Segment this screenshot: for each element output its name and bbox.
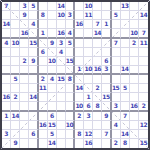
cell-r5-c9[interactable] <box>75 39 84 48</box>
cell-r5-c16[interactable]: 11 <box>139 39 148 48</box>
cell-r16-c7[interactable] <box>57 139 66 148</box>
cell-r4-c2[interactable] <box>11 29 20 38</box>
given-digit: 3 <box>114 103 118 109</box>
cell-r15-c15[interactable] <box>130 130 139 139</box>
cell-r15-c13[interactable] <box>112 130 121 139</box>
cell-r9-c12[interactable] <box>102 75 111 84</box>
given-digit: 11 <box>85 12 92 18</box>
cell-r6-c12[interactable] <box>102 48 111 57</box>
cell-r13-c4[interactable] <box>29 112 38 121</box>
given-digit: 1 <box>41 30 45 36</box>
cell-r6-c13[interactable] <box>112 48 121 57</box>
cell-r3-c14[interactable] <box>121 20 130 29</box>
cell-r4-c4[interactable] <box>29 29 38 38</box>
cell-r14-c10[interactable] <box>84 121 93 130</box>
given-digit: 2 <box>114 140 118 146</box>
cell-r16-c11[interactable] <box>93 139 102 148</box>
cell-r7-c5[interactable] <box>39 57 48 66</box>
cell-r11-c3[interactable] <box>20 93 29 102</box>
cell-r6-c10[interactable] <box>84 48 93 57</box>
cell-r15-c1[interactable]: 3 <box>2 130 11 139</box>
cell-r15-c7[interactable] <box>57 130 66 139</box>
cell-r8-c8[interactable] <box>66 66 75 75</box>
cell-r2-c5[interactable]: 8 <box>39 11 48 20</box>
cell-r10-c1[interactable] <box>2 84 11 93</box>
cell-r9-c13[interactable] <box>112 75 121 84</box>
cell-r9-c10[interactable] <box>84 75 93 84</box>
cell-r1-c6[interactable] <box>48 2 57 11</box>
cell-r3-c2[interactable] <box>11 20 20 29</box>
cell-r14-c7[interactable] <box>57 121 66 130</box>
cell-r14-c8[interactable]: 10 <box>66 121 75 130</box>
cell-r16-c13[interactable]: 2 <box>112 139 121 148</box>
cell-r10-c6[interactable] <box>48 84 57 93</box>
given-digit: 7 <box>114 40 118 46</box>
cell-r12-c13[interactable]: 3 <box>112 102 121 111</box>
cell-r1-c4[interactable]: 5 <box>29 2 38 11</box>
cell-r11-c16[interactable] <box>139 93 148 102</box>
given-digit: 14 <box>29 94 36 100</box>
cell-r1-c15[interactable] <box>130 2 139 11</box>
cell-r12-c11[interactable]: 8 <box>93 102 102 111</box>
cell-r10-c4[interactable] <box>29 84 38 93</box>
cell-r9-c11[interactable] <box>93 75 102 84</box>
cell-r8-c4[interactable] <box>29 66 38 75</box>
cell-r13-c13[interactable] <box>112 112 121 121</box>
cell-r16-c6[interactable]: 14 <box>48 139 57 148</box>
cell-r16-c5[interactable] <box>39 139 48 148</box>
cell-r8-c11[interactable]: 16 <box>93 66 102 75</box>
cell-r16-c4[interactable] <box>29 139 38 148</box>
cell-r15-c12[interactable]: 7 <box>102 130 111 139</box>
given-digit: 5 <box>50 131 54 137</box>
given-digit: 2 <box>142 103 146 109</box>
cell-r4-c3[interactable]: 16 <box>20 29 29 38</box>
cell-r2-c6[interactable] <box>48 11 57 20</box>
cell-r9-c15[interactable] <box>130 75 139 84</box>
cell-r6-c3[interactable] <box>20 48 29 57</box>
cell-r7-c16[interactable] <box>139 57 148 66</box>
cell-r7-c8[interactable]: 15 <box>66 57 75 66</box>
cell-r1-c5[interactable] <box>39 2 48 11</box>
cell-r2-c9[interactable] <box>75 11 84 20</box>
given-digit: 9 <box>50 40 54 46</box>
cell-r1-c3[interactable]: 3 <box>20 2 29 11</box>
cell-r6-c15[interactable] <box>130 48 139 57</box>
cell-r16-c15[interactable] <box>130 139 139 148</box>
cell-r10-c12[interactable] <box>102 84 111 93</box>
cell-r3-c6[interactable] <box>48 20 57 29</box>
cell-r5-c3[interactable] <box>20 39 29 48</box>
cell-r13-c7[interactable] <box>57 112 66 121</box>
cell-r12-c1[interactable] <box>2 102 11 111</box>
cell-r12-c7[interactable] <box>57 102 66 111</box>
given-digit: 1 <box>77 66 81 72</box>
given-digit: 1 <box>104 21 108 27</box>
cell-r3-c4[interactable]: 4 <box>29 20 38 29</box>
cell-r2-c15[interactable] <box>130 11 139 20</box>
given-digit: 16 <box>57 30 64 36</box>
cell-r3-c9[interactable]: 16 <box>75 20 84 29</box>
cell-r8-c3[interactable] <box>20 66 29 75</box>
cell-r1-c10[interactable]: 10 <box>84 2 93 11</box>
cell-r16-c1[interactable] <box>2 139 11 148</box>
cell-r12-c2[interactable] <box>11 102 20 111</box>
given-digit: 10 <box>48 58 55 64</box>
cell-r5-c2[interactable]: 10 <box>11 39 20 48</box>
cell-r9-c3[interactable] <box>20 75 29 84</box>
cell-r6-c1[interactable] <box>2 48 11 57</box>
cell-r8-c10[interactable]: 10 <box>84 66 93 75</box>
cell-r11-c10[interactable]: 1 <box>84 93 93 102</box>
cell-r5-c12[interactable] <box>102 39 111 48</box>
cell-r5-c14[interactable] <box>121 39 130 48</box>
given-digit: 4 <box>114 122 118 128</box>
cell-r16-c9[interactable] <box>75 139 84 148</box>
given-digit: 14 <box>121 131 128 137</box>
cell-r2-c12[interactable] <box>102 11 111 20</box>
cell-r8-c5[interactable] <box>39 66 48 75</box>
cell-r7-c2[interactable] <box>11 57 20 66</box>
cell-r6-c14[interactable] <box>121 48 130 57</box>
cell-r1-c11[interactable] <box>93 2 102 11</box>
cell-r13-c8[interactable] <box>66 112 75 121</box>
given-digit: 15 <box>112 85 119 91</box>
cell-r1-c9[interactable] <box>75 2 84 11</box>
cell-r10-c11[interactable]: 2 <box>93 84 102 93</box>
cell-r5-c6[interactable]: 9 <box>48 39 57 48</box>
given-digit: 10 <box>85 3 92 9</box>
cell-r3-c7[interactable] <box>57 20 66 29</box>
cell-r14-c13[interactable]: 4 <box>112 121 121 130</box>
cell-r14-c6[interactable]: 15 <box>48 121 57 130</box>
cell-r13-c6[interactable]: 6 <box>48 112 57 121</box>
given-digit: 5 <box>123 85 127 91</box>
given-digit: 16 <box>21 30 28 36</box>
cell-r15-c2[interactable] <box>11 130 20 139</box>
cell-r7-c7[interactable] <box>57 57 66 66</box>
cell-r10-c10[interactable] <box>84 84 93 93</box>
cell-r13-c9[interactable]: 2 <box>75 112 84 121</box>
cell-r11-c2[interactable]: 2 <box>11 93 20 102</box>
cell-r9-c7[interactable]: 15 <box>57 75 66 84</box>
given-digit: 15 <box>140 140 147 146</box>
cell-r12-c6[interactable] <box>48 102 57 111</box>
cell-r2-c8[interactable]: 3 <box>66 11 75 20</box>
cell-r11-c5[interactable] <box>39 93 48 102</box>
cell-r11-c14[interactable] <box>121 93 130 102</box>
cell-r9-c2[interactable]: 5 <box>11 75 20 84</box>
cell-r5-c1[interactable]: 4 <box>2 39 11 48</box>
given-digit: 5 <box>114 12 118 18</box>
cell-r8-c7[interactable] <box>57 66 66 75</box>
cell-r6-c6[interactable] <box>48 48 57 57</box>
cell-r11-c8[interactable] <box>66 93 75 102</box>
cell-r6-c2[interactable] <box>11 48 20 57</box>
cell-r12-c9[interactable]: 10 <box>75 102 84 111</box>
cell-r16-c12[interactable] <box>102 139 111 148</box>
given-digit: 8 <box>77 131 81 137</box>
cell-r3-c11[interactable]: 7 <box>93 20 102 29</box>
cell-r1-c12[interactable] <box>102 2 111 11</box>
cell-r8-c14[interactable]: 14 <box>121 66 130 75</box>
cell-r4-c9[interactable] <box>75 29 84 38</box>
cell-r10-c16[interactable] <box>139 84 148 93</box>
cell-r10-c8[interactable] <box>66 84 75 93</box>
cell-r14-c1[interactable] <box>2 121 11 130</box>
cell-r5-c4[interactable]: 15 <box>29 39 38 48</box>
cell-r3-c15[interactable] <box>130 20 139 29</box>
given-digit: 16 <box>75 21 82 27</box>
cell-r4-c11[interactable]: 14 <box>93 29 102 38</box>
cell-r16-c8[interactable] <box>66 139 75 148</box>
cell-r10-c15[interactable] <box>130 84 139 93</box>
cell-r15-c14[interactable]: 14 <box>121 130 130 139</box>
cell-r6-c16[interactable] <box>139 48 148 57</box>
cell-r14-c14[interactable] <box>121 121 130 130</box>
cell-r9-c5[interactable]: 2 <box>39 75 48 84</box>
cell-r4-c15[interactable]: 10 <box>130 29 139 38</box>
cell-r4-c14[interactable] <box>121 29 130 38</box>
cell-r13-c16[interactable] <box>139 112 148 121</box>
given-digit: 11 <box>39 85 46 91</box>
cell-r15-c16[interactable] <box>139 130 148 139</box>
given-digit: 3 <box>68 12 72 18</box>
given-digit: 4 <box>68 30 72 36</box>
cell-r2-c13[interactable]: 5 <box>112 11 121 20</box>
cell-r16-c14[interactable]: 8 <box>121 139 130 148</box>
cell-r14-c9[interactable] <box>75 121 84 130</box>
cell-r2-c10[interactable]: 11 <box>84 11 93 20</box>
cell-r4-c5[interactable]: 1 <box>39 29 48 38</box>
given-digit: 14 <box>75 85 82 91</box>
cell-r3-c5[interactable] <box>39 20 48 29</box>
cell-r10-c2[interactable] <box>11 84 20 93</box>
cell-r1-c1[interactable]: 7 <box>2 2 11 11</box>
cell-r13-c15[interactable] <box>130 112 139 121</box>
cell-r2-c16[interactable]: 14 <box>139 11 148 20</box>
cell-r11-c4[interactable]: 14 <box>29 93 38 102</box>
cell-r12-c14[interactable] <box>121 102 130 111</box>
cell-r2-c2[interactable] <box>11 11 20 20</box>
cell-r3-c10[interactable] <box>84 20 93 29</box>
given-digit: 16 <box>85 140 92 146</box>
cell-r5-c10[interactable] <box>84 39 93 48</box>
cell-r8-c1[interactable] <box>2 66 11 75</box>
cell-r12-c8[interactable] <box>66 102 75 111</box>
cell-r10-c13[interactable]: 15 <box>112 84 121 93</box>
cell-r14-c12[interactable] <box>102 121 111 130</box>
cell-r1-c14[interactable]: 13 <box>121 2 130 11</box>
cell-r1-c7[interactable]: 14 <box>57 2 66 11</box>
cell-r9-c9[interactable] <box>75 75 84 84</box>
cell-r14-c16[interactable]: 12 <box>139 121 148 130</box>
cell-r3-c16[interactable] <box>139 20 148 29</box>
cell-r14-c2[interactable] <box>11 121 20 130</box>
given-digit: 6 <box>50 113 54 119</box>
cell-r6-c5[interactable]: 6 <box>39 48 48 57</box>
cell-r14-c15[interactable] <box>130 121 139 130</box>
cell-r5-c13[interactable]: 7 <box>112 39 121 48</box>
cell-r6-c4[interactable] <box>29 48 38 57</box>
cell-r4-c13[interactable] <box>112 29 121 38</box>
cell-r10-c3[interactable] <box>20 84 29 93</box>
cell-r14-c5[interactable]: 16 <box>39 121 48 130</box>
cell-r9-c14[interactable] <box>121 75 130 84</box>
cell-r12-c12[interactable] <box>102 102 111 111</box>
cell-r9-c8[interactable]: 8 <box>66 75 75 84</box>
cell-r9-c16[interactable] <box>139 75 148 84</box>
cell-r8-c16[interactable] <box>139 66 148 75</box>
cell-r13-c10[interactable]: 3 <box>84 112 93 121</box>
cell-r13-c12[interactable]: 9 <box>102 112 111 121</box>
cell-r6-c11[interactable] <box>93 48 102 57</box>
cell-r14-c3[interactable] <box>20 121 29 130</box>
cell-r11-c13[interactable] <box>112 93 121 102</box>
given-digit: 5 <box>68 40 72 46</box>
cell-r4-c12[interactable] <box>102 29 111 38</box>
cell-r11-c15[interactable] <box>130 93 139 102</box>
cell-r16-c2[interactable]: 9 <box>11 139 20 148</box>
given-digit: 16 <box>2 94 9 100</box>
cell-r2-c11[interactable] <box>93 11 102 20</box>
given-digit: 2 <box>96 85 100 91</box>
given-digit: 10 <box>66 122 73 128</box>
cell-r11-c11[interactable] <box>93 93 102 102</box>
given-digit: 6 <box>41 49 45 55</box>
cell-r4-c6[interactable] <box>48 29 57 38</box>
cell-r6-c9[interactable] <box>75 48 84 57</box>
cell-r1-c13[interactable] <box>112 2 121 11</box>
cell-r8-c2[interactable] <box>11 66 20 75</box>
given-digit: 14 <box>57 3 64 9</box>
cell-r9-c4[interactable] <box>29 75 38 84</box>
cell-r1-c16[interactable] <box>139 2 148 11</box>
cell-r7-c3[interactable]: 2 <box>20 57 29 66</box>
cell-r5-c15[interactable]: 2 <box>130 39 139 48</box>
cell-r14-c11[interactable] <box>93 121 102 130</box>
given-digit: 16 <box>130 103 137 109</box>
cell-r5-c7[interactable]: 3 <box>57 39 66 48</box>
cell-r15-c8[interactable] <box>66 130 75 139</box>
cell-r2-c14[interactable] <box>121 11 130 20</box>
cell-r4-c7[interactable]: 16 <box>57 29 66 38</box>
cell-r15-c4[interactable]: 6 <box>29 130 38 139</box>
cell-r5-c11[interactable] <box>93 39 102 48</box>
cell-r10-c7[interactable] <box>57 84 66 93</box>
given-digit: 14 <box>2 21 9 27</box>
cell-r2-c4[interactable] <box>29 11 38 20</box>
cell-r13-c11[interactable] <box>93 112 102 121</box>
cell-r7-c6[interactable]: 10 <box>48 57 57 66</box>
cell-r12-c15[interactable]: 16 <box>130 102 139 111</box>
given-digit: 12 <box>85 131 92 137</box>
cell-r12-c16[interactable]: 2 <box>139 102 148 111</box>
given-digit: 4 <box>4 40 8 46</box>
cell-r11-c1[interactable]: 16 <box>2 93 11 102</box>
cell-r12-c3[interactable] <box>20 102 29 111</box>
given-digit: 16 <box>94 66 101 72</box>
given-digit: 4 <box>59 49 63 55</box>
cell-r11-c6[interactable] <box>48 93 57 102</box>
cell-r2-c1[interactable] <box>2 11 11 20</box>
cell-r7-c1[interactable] <box>2 57 11 66</box>
cell-r10-c14[interactable]: 5 <box>121 84 130 93</box>
cell-r15-c6[interactable]: 5 <box>48 130 57 139</box>
cell-r3-c12[interactable]: 1 <box>102 20 111 29</box>
cell-r13-c2[interactable]: 14 <box>11 112 20 121</box>
sudoku-16x16-x-puzzle: 7351410139810311514144167116116414107410… <box>0 0 150 150</box>
cell-r10-c9[interactable]: 14 <box>75 84 84 93</box>
cell-r12-c10[interactable]: 6 <box>84 102 93 111</box>
given-digit: 7 <box>123 113 127 119</box>
cell-r4-c8[interactable]: 4 <box>66 29 75 38</box>
cell-r8-c9[interactable]: 1 <box>75 66 84 75</box>
cell-r11-c12[interactable]: 15 <box>102 93 111 102</box>
cell-r8-c6[interactable] <box>48 66 57 75</box>
given-digit: 4 <box>31 21 35 27</box>
cell-r13-c3[interactable] <box>20 112 29 121</box>
cell-r8-c13[interactable] <box>112 66 121 75</box>
cell-r6-c7[interactable]: 4 <box>57 48 66 57</box>
cell-r14-c4[interactable] <box>29 121 38 130</box>
cell-r1-c8[interactable] <box>66 2 75 11</box>
cell-r3-c13[interactable] <box>112 20 121 29</box>
cell-r3-c1[interactable]: 14 <box>2 20 11 29</box>
cell-r16-c10[interactable]: 16 <box>84 139 93 148</box>
cell-r8-c12[interactable]: 3 <box>102 66 111 75</box>
cell-r4-c10[interactable] <box>84 29 93 38</box>
cell-r3-c3[interactable] <box>20 20 29 29</box>
cell-r13-c5[interactable] <box>39 112 48 121</box>
given-digit: 14 <box>12 113 19 119</box>
cell-r7-c13[interactable] <box>112 57 121 66</box>
cell-r11-c9[interactable] <box>75 93 84 102</box>
cell-r9-c1[interactable] <box>2 75 11 84</box>
cell-r16-c3[interactable] <box>20 139 29 148</box>
cell-r2-c3[interactable]: 9 <box>20 11 29 20</box>
cell-r2-c7[interactable]: 10 <box>57 11 66 20</box>
cell-r11-c7[interactable] <box>57 93 66 102</box>
cell-r15-c10[interactable]: 12 <box>84 130 93 139</box>
cell-r12-c4[interactable] <box>29 102 38 111</box>
cell-r16-c16[interactable]: 15 <box>139 139 148 148</box>
cell-r13-c14[interactable]: 7 <box>121 112 130 121</box>
cell-r5-c8[interactable]: 5 <box>66 39 75 48</box>
cell-r6-c8[interactable] <box>66 48 75 57</box>
given-digit: 15 <box>66 58 73 64</box>
cell-r9-c6[interactable]: 4 <box>48 75 57 84</box>
cell-r7-c15[interactable] <box>130 57 139 66</box>
cell-r10-c5[interactable]: 11 <box>39 84 48 93</box>
cell-r12-c5[interactable] <box>39 102 48 111</box>
cell-r15-c9[interactable]: 8 <box>75 130 84 139</box>
cell-r4-c16[interactable]: 7 <box>139 29 148 38</box>
cell-r4-c1[interactable] <box>2 29 11 38</box>
cell-r3-c8[interactable] <box>66 20 75 29</box>
cell-r1-c2[interactable] <box>11 2 20 11</box>
given-digit: 6 <box>104 58 108 64</box>
given-digit: 2 <box>41 76 45 82</box>
cell-r5-c5[interactable] <box>39 39 48 48</box>
given-digit: 9 <box>23 12 27 18</box>
cell-r8-c15[interactable] <box>130 66 139 75</box>
cell-r15-c5[interactable] <box>39 130 48 139</box>
cell-r15-c11[interactable] <box>93 130 102 139</box>
cell-r7-c4[interactable]: 9 <box>29 57 38 66</box>
cell-r13-c1[interactable]: 1 <box>2 112 11 121</box>
cell-r15-c3[interactable] <box>20 130 29 139</box>
